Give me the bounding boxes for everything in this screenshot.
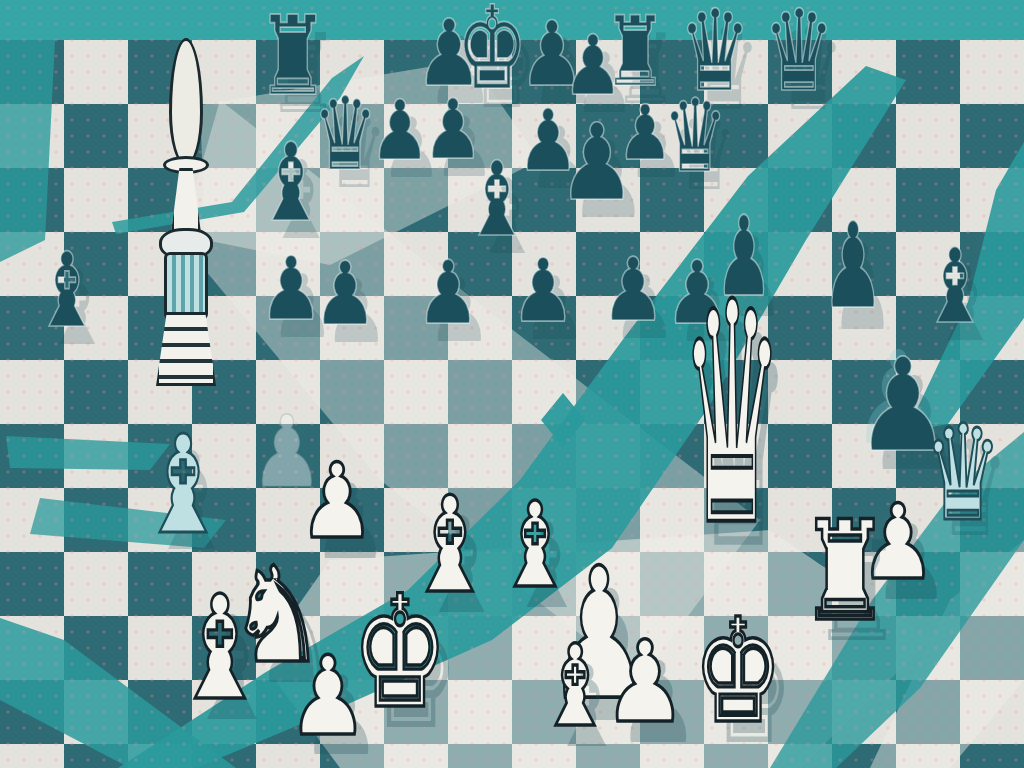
piece-dark-pawn[interactable]: ♟: [821, 207, 884, 326]
piece-dark-pawn[interactable]: ♟: [558, 110, 636, 216]
piece-dark-bishop[interactable]: ♝: [463, 148, 532, 252]
piece-dark-pawn[interactable]: ♟: [601, 246, 666, 333]
piece-dark-pawn[interactable]: ♟: [511, 247, 576, 334]
blade-neck: [171, 168, 201, 233]
chess-illustration: ♚♜♛♛♟♟♜♟♟♟♟♛♛♟♟♝♝♟♟♝♟♟♟♝♟♟♟♟♛♟♛♝♟♟♝♝♜♞♟♝…: [0, 0, 1024, 768]
piece-light-sword-bishop[interactable]: [158, 36, 210, 386]
piece-dark-queen[interactable]: ♛: [663, 86, 728, 187]
pieces-layer: ♚♜♛♛♟♟♜♟♟♟♟♛♛♟♟♝♝♟♟♝♟♟♟♝♟♟♟♟♛♟♛♝♟♟♝♝♜♞♟♝…: [0, 0, 1024, 768]
piece-glass-bishop[interactable]: ♝: [138, 417, 228, 553]
piece-light-pawn[interactable]: ♟: [603, 626, 686, 739]
piece-light-rook[interactable]: ♜: [799, 503, 890, 641]
piece-dark-queen[interactable]: ♛: [763, 0, 835, 107]
piece-dark-bishop[interactable]: ♝: [921, 235, 990, 339]
piece-dark-bishop[interactable]: ♝: [255, 129, 327, 237]
blade-barrel: [164, 252, 208, 320]
piece-light-queen[interactable]: ♛: [680, 263, 783, 569]
blade-leaf: [169, 38, 203, 166]
piece-light-bishop[interactable]: ♝: [172, 576, 267, 720]
piece-dark-pawn[interactable]: ♟: [416, 249, 481, 336]
piece-dark-bishop[interactable]: ♝: [33, 239, 102, 343]
piece-light-king[interactable]: ♚: [693, 599, 783, 743]
blade-skirt: [156, 312, 216, 386]
piece-light-pawn[interactable]: ♟: [288, 642, 369, 751]
piece-dark-pawn[interactable]: ♟: [313, 250, 378, 337]
piece-light-bishop[interactable]: ♝: [538, 630, 613, 743]
piece-dark-pawn[interactable]: ♟: [369, 89, 430, 172]
